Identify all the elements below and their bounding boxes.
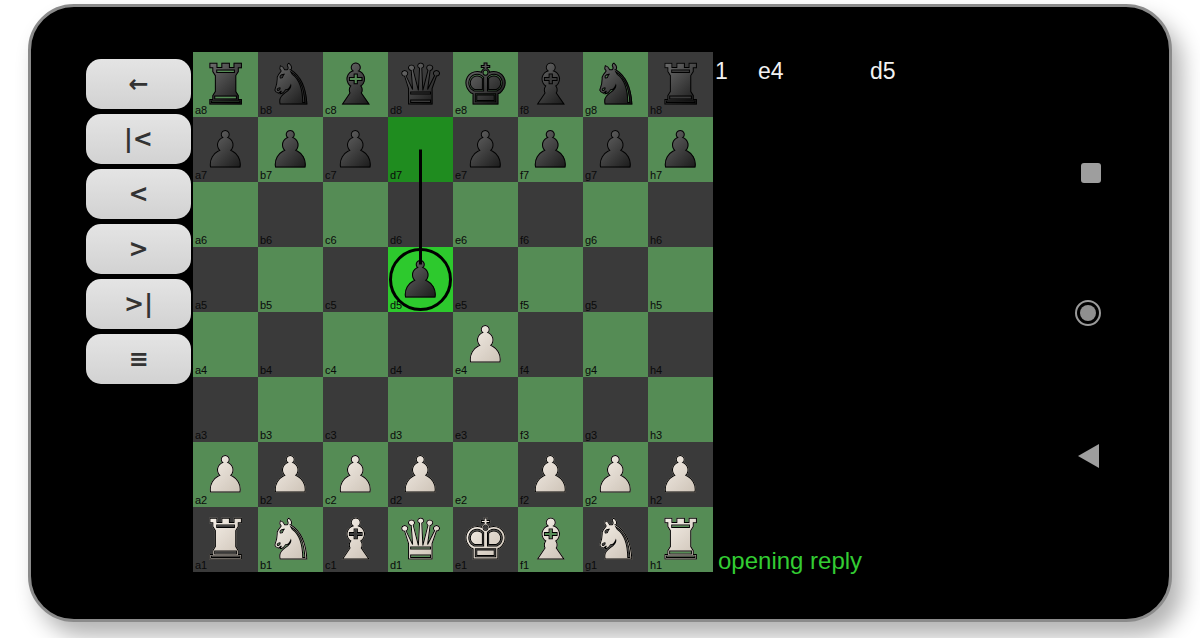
square-h7[interactable]: h7♟ xyxy=(648,117,713,182)
white-queen-piece[interactable]: ♛ xyxy=(388,507,453,572)
black-pawn-piece[interactable]: ♟ xyxy=(193,117,258,182)
last-move-button[interactable]: >| xyxy=(86,279,191,329)
move-number: 1 xyxy=(715,58,728,85)
square-coordinate-label: d6 xyxy=(390,234,402,247)
home-button-dot xyxy=(1080,305,1096,321)
square-e7[interactable]: e7♟ xyxy=(453,117,518,182)
square-f3[interactable]: f3 xyxy=(518,377,583,442)
square-coordinate-label: a3 xyxy=(195,429,207,442)
square-coordinate-label: d3 xyxy=(390,429,402,442)
square-c6[interactable]: c6 xyxy=(323,182,388,247)
square-coordinate-label: h3 xyxy=(650,429,662,442)
square-coordinate-label: g5 xyxy=(585,299,597,312)
square-coordinate-label: b5 xyxy=(260,299,272,312)
black-pawn-piece[interactable]: ♟ xyxy=(518,117,583,182)
white-pawn-piece[interactable]: ♟ xyxy=(583,442,648,507)
square-h2[interactable]: h2♟ xyxy=(648,442,713,507)
square-g7[interactable]: g7♟ xyxy=(583,117,648,182)
square-g1[interactable]: g1♞ xyxy=(583,507,648,572)
status-text: opening reply xyxy=(718,547,862,575)
square-f7[interactable]: f7♟ xyxy=(518,117,583,182)
next-move-button[interactable]: > xyxy=(86,224,191,274)
black-pawn-piece[interactable]: ♟ xyxy=(453,117,518,182)
square-coordinate-label: b4 xyxy=(260,364,272,377)
square-coordinate-label: c6 xyxy=(325,234,337,247)
square-a3[interactable]: a3 xyxy=(193,377,258,442)
square-coordinate-label: f6 xyxy=(520,234,529,247)
square-coordinate-label: f3 xyxy=(520,429,529,442)
square-coordinate-label: e2 xyxy=(455,494,467,507)
app-screen: ← |< < > >| ≡ a8♜b8♞c8♝d8♛e8♚f8♝g8♞h8♜a7… xyxy=(31,7,1169,619)
square-coordinate-label: e6 xyxy=(455,234,467,247)
square-a7[interactable]: a7♟ xyxy=(193,117,258,182)
square-c2[interactable]: c2♟ xyxy=(323,442,388,507)
black-pawn-piece[interactable]: ♟ xyxy=(258,117,323,182)
white-pawn-piece[interactable]: ♟ xyxy=(648,442,713,507)
square-coordinate-label: c3 xyxy=(325,429,337,442)
square-coordinate-label: h4 xyxy=(650,364,662,377)
square-e3[interactable]: e3 xyxy=(453,377,518,442)
square-g6[interactable]: g6 xyxy=(583,182,648,247)
square-e1[interactable]: e1♚ xyxy=(453,507,518,572)
recents-button[interactable] xyxy=(1081,163,1101,183)
square-b5[interactable]: b5 xyxy=(258,247,323,312)
white-rook-piece[interactable]: ♜ xyxy=(648,507,713,572)
square-coordinate-label: c4 xyxy=(325,364,337,377)
white-pawn-piece[interactable]: ♟ xyxy=(258,442,323,507)
black-pawn-piece[interactable]: ♟ xyxy=(323,117,388,182)
square-coordinate-label: b6 xyxy=(260,234,272,247)
black-pawn-piece[interactable]: ♟ xyxy=(583,117,648,182)
white-bishop-piece[interactable]: ♝ xyxy=(323,507,388,572)
white-pawn-piece[interactable]: ♟ xyxy=(518,442,583,507)
square-c1[interactable]: c1♝ xyxy=(323,507,388,572)
square-d5[interactable]: d5♟ xyxy=(388,247,453,312)
square-coordinate-label: h5 xyxy=(650,299,662,312)
square-c4[interactable]: c4 xyxy=(323,312,388,377)
square-c5[interactable]: c5 xyxy=(323,247,388,312)
menu-button[interactable]: ≡ xyxy=(86,334,191,384)
square-h5[interactable]: h5 xyxy=(648,247,713,312)
square-d7[interactable]: d7 xyxy=(388,117,453,182)
square-d6[interactable]: d6 xyxy=(388,182,453,247)
square-coordinate-label: h6 xyxy=(650,234,662,247)
square-coordinate-label: c5 xyxy=(325,299,337,312)
square-coordinate-label: d4 xyxy=(390,364,402,377)
white-bishop-piece[interactable]: ♝ xyxy=(518,507,583,572)
square-coordinate-label: f5 xyxy=(520,299,529,312)
square-b3[interactable]: b3 xyxy=(258,377,323,442)
chess-board: a8♜b8♞c8♝d8♛e8♚f8♝g8♞h8♜a7♟b7♟c7♟d7e7♟f7… xyxy=(193,52,713,572)
square-a4[interactable]: a4 xyxy=(193,312,258,377)
square-a5[interactable]: a5 xyxy=(193,247,258,312)
square-f1[interactable]: f1♝ xyxy=(518,507,583,572)
move-white[interactable]: e4 xyxy=(758,58,784,85)
square-coordinate-label: g6 xyxy=(585,234,597,247)
square-e6[interactable]: e6 xyxy=(453,182,518,247)
square-b1[interactable]: b1♞ xyxy=(258,507,323,572)
white-rook-piece[interactable]: ♜ xyxy=(193,507,258,572)
square-e4[interactable]: e4♟ xyxy=(453,312,518,377)
square-b4[interactable]: b4 xyxy=(258,312,323,377)
square-coordinate-label: a6 xyxy=(195,234,207,247)
square-coordinate-label: a4 xyxy=(195,364,207,377)
square-g5[interactable]: g5 xyxy=(583,247,648,312)
square-coordinate-label: e3 xyxy=(455,429,467,442)
move-list: 1 e4 d5 xyxy=(31,58,1169,88)
square-c3[interactable]: c3 xyxy=(323,377,388,442)
square-a1[interactable]: a1♜ xyxy=(193,507,258,572)
square-f4[interactable]: f4 xyxy=(518,312,583,377)
white-pawn-piece[interactable]: ♟ xyxy=(388,442,453,507)
device-frame: ← |< < > >| ≡ a8♜b8♞c8♝d8♛e8♚f8♝g8♞h8♜a7… xyxy=(28,4,1172,622)
square-coordinate-label: d7 xyxy=(390,169,402,182)
square-coordinate-label: b3 xyxy=(260,429,272,442)
first-move-button[interactable]: |< xyxy=(86,114,191,164)
square-coordinate-label: e5 xyxy=(455,299,467,312)
square-g3[interactable]: g3 xyxy=(583,377,648,442)
square-h1[interactable]: h1♜ xyxy=(648,507,713,572)
square-coordinate-label: f4 xyxy=(520,364,529,377)
square-c7[interactable]: c7♟ xyxy=(323,117,388,182)
move-black[interactable]: d5 xyxy=(870,58,896,85)
white-king-piece[interactable]: ♚ xyxy=(453,507,518,572)
square-b7[interactable]: b7♟ xyxy=(258,117,323,182)
square-f2[interactable]: f2♟ xyxy=(518,442,583,507)
square-g2[interactable]: g2♟ xyxy=(583,442,648,507)
home-button[interactable] xyxy=(1075,300,1101,326)
white-pawn-piece[interactable]: ♟ xyxy=(453,312,518,377)
square-e5[interactable]: e5 xyxy=(453,247,518,312)
square-h4[interactable]: h4 xyxy=(648,312,713,377)
black-pawn-piece[interactable]: ♟ xyxy=(388,247,453,312)
square-d3[interactable]: d3 xyxy=(388,377,453,442)
black-pawn-piece[interactable]: ♟ xyxy=(648,117,713,182)
white-pawn-piece[interactable]: ♟ xyxy=(323,442,388,507)
square-d1[interactable]: d1♛ xyxy=(388,507,453,572)
back-button[interactable] xyxy=(1078,444,1099,468)
square-coordinate-label: g4 xyxy=(585,364,597,377)
square-b6[interactable]: b6 xyxy=(258,182,323,247)
square-d4[interactable]: d4 xyxy=(388,312,453,377)
square-a2[interactable]: a2♟ xyxy=(193,442,258,507)
square-e2[interactable]: e2 xyxy=(453,442,518,507)
previous-move-button[interactable]: < xyxy=(86,169,191,219)
white-knight-piece[interactable]: ♞ xyxy=(258,507,323,572)
square-b2[interactable]: b2♟ xyxy=(258,442,323,507)
white-pawn-piece[interactable]: ♟ xyxy=(193,442,258,507)
square-g4[interactable]: g4 xyxy=(583,312,648,377)
square-h3[interactable]: h3 xyxy=(648,377,713,442)
square-d2[interactable]: d2♟ xyxy=(388,442,453,507)
playback-controls: ← |< < > >| ≡ xyxy=(86,59,191,389)
square-h6[interactable]: h6 xyxy=(648,182,713,247)
square-coordinate-label: g3 xyxy=(585,429,597,442)
square-f6[interactable]: f6 xyxy=(518,182,583,247)
square-f5[interactable]: f5 xyxy=(518,247,583,312)
white-knight-piece[interactable]: ♞ xyxy=(583,507,648,572)
square-a6[interactable]: a6 xyxy=(193,182,258,247)
square-coordinate-label: a5 xyxy=(195,299,207,312)
